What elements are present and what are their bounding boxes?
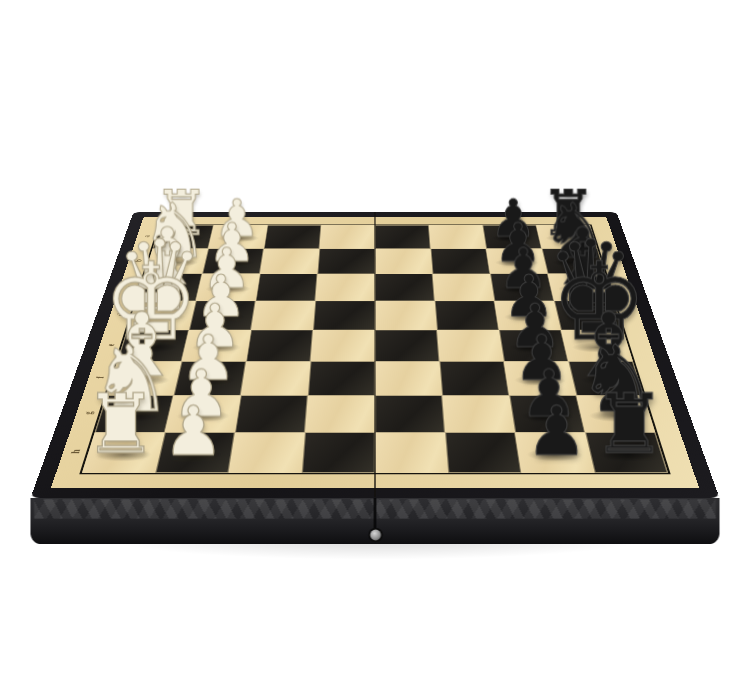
square-h1[interactable]: ♜ bbox=[82, 432, 165, 472]
file-label-h: h bbox=[66, 446, 84, 458]
square-g4[interactable] bbox=[305, 395, 375, 432]
square-f4[interactable] bbox=[308, 361, 375, 395]
square-b6[interactable] bbox=[431, 249, 491, 274]
square-g6[interactable] bbox=[442, 395, 515, 432]
square-f3[interactable] bbox=[241, 361, 311, 395]
square-g5[interactable] bbox=[375, 395, 445, 432]
square-e3[interactable] bbox=[246, 330, 313, 361]
piece-white-pawn[interactable]: ♟ bbox=[163, 397, 224, 465]
square-d6[interactable] bbox=[435, 301, 499, 330]
square-b3[interactable] bbox=[260, 249, 320, 274]
hinge-pin bbox=[370, 530, 381, 541]
square-h6[interactable] bbox=[445, 432, 521, 472]
square-a5[interactable] bbox=[375, 225, 431, 249]
square-e5[interactable] bbox=[375, 330, 439, 361]
square-a4[interactable] bbox=[319, 225, 375, 249]
square-b5[interactable] bbox=[375, 249, 433, 274]
square-c6[interactable] bbox=[433, 274, 495, 301]
square-c4[interactable] bbox=[315, 274, 375, 301]
piece-white-rook[interactable]: ♜ bbox=[84, 383, 158, 465]
square-h8[interactable]: ♜ bbox=[585, 432, 668, 472]
square-f6[interactable] bbox=[439, 361, 509, 395]
scene: abcdefgh ♜♟♟♜♞♟♟♞♝♟♟♝♛♟♟♛♚♟♟♚♝♟♟♝♞♟♟♞♜♟♟… bbox=[0, 0, 750, 700]
square-h5[interactable] bbox=[375, 432, 448, 472]
square-d4[interactable] bbox=[313, 301, 375, 330]
square-h4[interactable] bbox=[302, 432, 375, 472]
square-d5[interactable] bbox=[375, 301, 437, 330]
square-h3[interactable] bbox=[229, 432, 305, 472]
fold-seam bbox=[374, 212, 376, 498]
square-e4[interactable] bbox=[311, 330, 375, 361]
square-d3[interactable] bbox=[251, 301, 315, 330]
square-a6[interactable] bbox=[429, 225, 486, 249]
square-h2[interactable]: ♟ bbox=[155, 432, 235, 472]
square-a3[interactable] bbox=[264, 225, 321, 249]
square-e6[interactable] bbox=[437, 330, 504, 361]
chessboard: abcdefgh ♜♟♟♜♞♟♟♞♝♟♟♝♛♟♟♛♚♟♟♚♝♟♟♝♞♟♟♞♜♟♟… bbox=[30, 212, 719, 498]
square-f5[interactable] bbox=[375, 361, 442, 395]
piece-black-pawn[interactable]: ♟ bbox=[526, 397, 587, 465]
square-c3[interactable] bbox=[256, 274, 318, 301]
square-c5[interactable] bbox=[375, 274, 435, 301]
frame-front-face bbox=[30, 498, 719, 544]
piece-black-rook[interactable]: ♜ bbox=[593, 383, 667, 465]
square-h7[interactable]: ♟ bbox=[515, 432, 595, 472]
square-g3[interactable] bbox=[235, 395, 308, 432]
square-b4[interactable] bbox=[317, 249, 375, 274]
